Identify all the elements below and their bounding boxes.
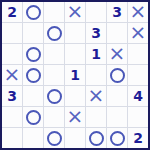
cell-r3c3: 1	[65, 65, 85, 85]
cell-r5c5[interactable]	[107, 107, 127, 127]
cell-r5c3[interactable]: ×	[65, 107, 85, 127]
clue-number: 1	[70, 68, 80, 82]
cell-r4c5[interactable]	[107, 86, 127, 106]
cell-r4c2[interactable]	[44, 86, 64, 106]
clue-number: 2	[133, 131, 143, 145]
cell-r5c1[interactable]	[23, 107, 43, 127]
cell-r5c6[interactable]	[128, 107, 148, 127]
cell-r6c1[interactable]	[23, 128, 43, 148]
cell-r0c5: 3	[107, 2, 127, 22]
cell-r0c1[interactable]	[23, 2, 43, 22]
circle-mark	[26, 68, 41, 83]
cell-r3c0[interactable]: ×	[2, 65, 22, 85]
cell-r1c0[interactable]	[2, 23, 22, 43]
cell-r1c4: 3	[86, 23, 106, 43]
cross-mark: ×	[67, 107, 84, 126]
circle-mark	[47, 131, 62, 146]
circle-mark	[26, 47, 41, 62]
cell-r3c4[interactable]	[86, 65, 106, 85]
cell-r6c0[interactable]	[2, 128, 22, 148]
cell-r3c6[interactable]	[128, 65, 148, 85]
cell-r3c5[interactable]	[107, 65, 127, 85]
circle-mark	[110, 131, 125, 146]
circle-mark	[89, 131, 104, 146]
cell-r4c4[interactable]: ×	[86, 86, 106, 106]
cell-r4c0: 3	[2, 86, 22, 106]
cell-r1c3[interactable]	[65, 23, 85, 43]
cell-r6c5[interactable]	[107, 128, 127, 148]
clue-number: 2	[7, 5, 17, 19]
cross-mark: ×	[67, 2, 84, 21]
clue-number: 4	[133, 89, 143, 103]
cell-r1c2[interactable]	[44, 23, 64, 43]
cell-r2c4: 1	[86, 44, 106, 64]
cell-r1c5[interactable]	[107, 23, 127, 43]
clue-number: 3	[91, 26, 101, 40]
cell-r0c2[interactable]	[44, 2, 64, 22]
cell-r0c6[interactable]: ×	[128, 2, 148, 22]
cell-r6c3[interactable]	[65, 128, 85, 148]
cell-r6c2[interactable]	[44, 128, 64, 148]
cell-r2c0[interactable]	[2, 44, 22, 64]
cell-r0c0: 2	[2, 2, 22, 22]
cell-r5c0[interactable]	[2, 107, 22, 127]
cell-r4c1[interactable]	[23, 86, 43, 106]
cell-r3c1[interactable]	[23, 65, 43, 85]
cell-r1c1[interactable]	[23, 23, 43, 43]
cell-r6c6: 2	[128, 128, 148, 148]
cell-r2c5[interactable]: ×	[107, 44, 127, 64]
cell-r2c6[interactable]	[128, 44, 148, 64]
cell-r2c1[interactable]	[23, 44, 43, 64]
cross-mark: ×	[130, 2, 147, 21]
clue-number: 3	[7, 89, 17, 103]
circle-mark	[110, 68, 125, 83]
cell-r2c3[interactable]	[65, 44, 85, 64]
clue-number: 1	[91, 47, 101, 61]
cell-r5c4[interactable]	[86, 107, 106, 127]
cross-mark: ×	[4, 65, 21, 84]
cell-r4c6: 4	[128, 86, 148, 106]
cell-r0c3[interactable]: ×	[65, 2, 85, 22]
cell-r1c6[interactable]: ×	[128, 23, 148, 43]
cell-r3c2[interactable]	[44, 65, 64, 85]
cell-r5c2[interactable]	[44, 107, 64, 127]
cell-r4c3[interactable]	[65, 86, 85, 106]
circle-mark	[47, 89, 62, 104]
puzzle-board: 2×3×3×1××13×4×2	[0, 0, 150, 150]
cell-r0c4[interactable]	[86, 2, 106, 22]
cross-mark: ×	[88, 86, 105, 105]
circle-mark	[26, 5, 41, 20]
cross-mark: ×	[130, 23, 147, 42]
clue-number: 3	[112, 5, 122, 19]
cross-mark: ×	[109, 44, 126, 63]
cell-r2c2[interactable]	[44, 44, 64, 64]
circle-mark	[47, 26, 62, 41]
circle-mark	[26, 110, 41, 125]
cell-r6c4[interactable]	[86, 128, 106, 148]
